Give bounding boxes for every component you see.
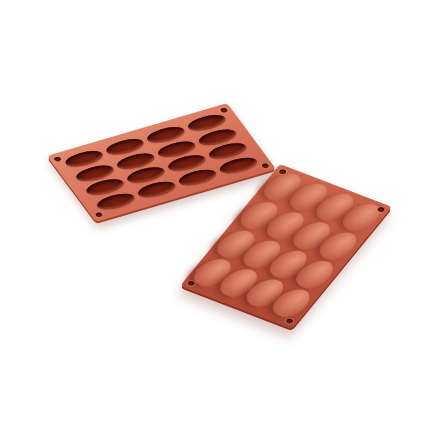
cavity-grid xyxy=(59,110,264,215)
product-photo xyxy=(0,0,423,423)
hang-hole xyxy=(285,318,294,324)
hang-hole xyxy=(187,280,196,286)
egg-bump-grid xyxy=(188,167,388,322)
mold-cavity-side xyxy=(47,103,276,222)
mold-bump-side xyxy=(180,164,392,329)
hang-hole xyxy=(261,163,270,169)
